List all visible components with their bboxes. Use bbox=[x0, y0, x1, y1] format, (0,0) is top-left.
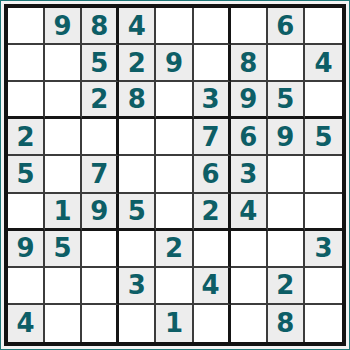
cell-r5c6[interactable]: 6 bbox=[194, 156, 231, 193]
cell-r8c7[interactable] bbox=[231, 268, 268, 305]
cell-r4c6[interactable]: 7 bbox=[194, 119, 231, 156]
cell-r4c7[interactable]: 6 bbox=[231, 119, 268, 156]
cell-r9c3[interactable] bbox=[82, 305, 119, 342]
cell-r6c9[interactable] bbox=[305, 194, 342, 231]
cell-r9c7[interactable] bbox=[231, 305, 268, 342]
cell-r2c9[interactable]: 4 bbox=[305, 45, 342, 82]
cell-r8c6[interactable]: 4 bbox=[194, 268, 231, 305]
cell-r4c2[interactable] bbox=[45, 119, 82, 156]
cell-r6c8[interactable] bbox=[268, 194, 305, 231]
cell-r6c2[interactable]: 1 bbox=[45, 194, 82, 231]
cell-r7c3[interactable] bbox=[82, 231, 119, 268]
cell-r8c9[interactable] bbox=[305, 268, 342, 305]
cell-r3c7[interactable]: 9 bbox=[231, 82, 268, 119]
cell-r9c5[interactable]: 1 bbox=[156, 305, 193, 342]
cell-r2c8[interactable] bbox=[268, 45, 305, 82]
cell-r5c8[interactable] bbox=[268, 156, 305, 193]
cell-r6c6[interactable]: 2 bbox=[194, 194, 231, 231]
cell-r5c4[interactable] bbox=[119, 156, 156, 193]
cell-r6c3[interactable]: 9 bbox=[82, 194, 119, 231]
cell-r4c3[interactable] bbox=[82, 119, 119, 156]
cell-r4c8[interactable]: 9 bbox=[268, 119, 305, 156]
cell-r7c1[interactable]: 9 bbox=[8, 231, 45, 268]
cell-r5c1[interactable]: 5 bbox=[8, 156, 45, 193]
cell-r4c9[interactable]: 5 bbox=[305, 119, 342, 156]
cell-r8c8[interactable]: 2 bbox=[268, 268, 305, 305]
cell-r7c5[interactable]: 2 bbox=[156, 231, 193, 268]
cell-r4c4[interactable] bbox=[119, 119, 156, 156]
cell-r2c6[interactable] bbox=[194, 45, 231, 82]
cell-r9c2[interactable] bbox=[45, 305, 82, 342]
cell-r7c7[interactable] bbox=[231, 231, 268, 268]
cell-r3c6[interactable]: 3 bbox=[194, 82, 231, 119]
cell-r5c9[interactable] bbox=[305, 156, 342, 193]
cell-r4c5[interactable] bbox=[156, 119, 193, 156]
cell-r1c4[interactable]: 4 bbox=[119, 8, 156, 45]
cell-r6c5[interactable] bbox=[156, 194, 193, 231]
cell-r3c2[interactable] bbox=[45, 82, 82, 119]
cell-r7c4[interactable] bbox=[119, 231, 156, 268]
sudoku-board: 98465298428395276955763195249523342418 bbox=[4, 4, 346, 346]
cell-r6c7[interactable]: 4 bbox=[231, 194, 268, 231]
cell-r2c5[interactable]: 9 bbox=[156, 45, 193, 82]
cell-r2c1[interactable] bbox=[8, 45, 45, 82]
cell-r7c6[interactable] bbox=[194, 231, 231, 268]
cell-r4c1[interactable]: 2 bbox=[8, 119, 45, 156]
cell-r2c3[interactable]: 5 bbox=[82, 45, 119, 82]
cell-r1c8[interactable]: 6 bbox=[268, 8, 305, 45]
cell-r5c5[interactable] bbox=[156, 156, 193, 193]
cell-r5c7[interactable]: 3 bbox=[231, 156, 268, 193]
cell-r8c2[interactable] bbox=[45, 268, 82, 305]
cell-r1c3[interactable]: 8 bbox=[82, 8, 119, 45]
cell-r7c2[interactable]: 5 bbox=[45, 231, 82, 268]
cell-r8c4[interactable]: 3 bbox=[119, 268, 156, 305]
cell-r7c8[interactable] bbox=[268, 231, 305, 268]
cell-r5c3[interactable]: 7 bbox=[82, 156, 119, 193]
cell-r9c1[interactable]: 4 bbox=[8, 305, 45, 342]
cell-r8c5[interactable] bbox=[156, 268, 193, 305]
cell-r1c7[interactable] bbox=[231, 8, 268, 45]
cell-r8c1[interactable] bbox=[8, 268, 45, 305]
cell-r9c6[interactable] bbox=[194, 305, 231, 342]
cell-r9c8[interactable]: 8 bbox=[268, 305, 305, 342]
cell-r1c5[interactable] bbox=[156, 8, 193, 45]
cell-r3c9[interactable] bbox=[305, 82, 342, 119]
cell-r3c8[interactable]: 5 bbox=[268, 82, 305, 119]
cell-r5c2[interactable] bbox=[45, 156, 82, 193]
cell-r2c7[interactable]: 8 bbox=[231, 45, 268, 82]
cell-r3c1[interactable] bbox=[8, 82, 45, 119]
cell-r6c4[interactable]: 5 bbox=[119, 194, 156, 231]
cell-r6c1[interactable] bbox=[8, 194, 45, 231]
cell-r2c2[interactable] bbox=[45, 45, 82, 82]
cell-r9c4[interactable] bbox=[119, 305, 156, 342]
cell-r1c1[interactable] bbox=[8, 8, 45, 45]
cell-r1c9[interactable] bbox=[305, 8, 342, 45]
cell-r3c5[interactable] bbox=[156, 82, 193, 119]
cell-r3c3[interactable]: 2 bbox=[82, 82, 119, 119]
cell-r8c3[interactable] bbox=[82, 268, 119, 305]
cell-r2c4[interactable]: 2 bbox=[119, 45, 156, 82]
cell-r3c4[interactable]: 8 bbox=[119, 82, 156, 119]
cell-r7c9[interactable]: 3 bbox=[305, 231, 342, 268]
cell-r1c6[interactable] bbox=[194, 8, 231, 45]
cell-r1c2[interactable]: 9 bbox=[45, 8, 82, 45]
cell-r9c9[interactable] bbox=[305, 305, 342, 342]
sudoku-page: 98465298428395276955763195249523342418 bbox=[0, 0, 350, 350]
